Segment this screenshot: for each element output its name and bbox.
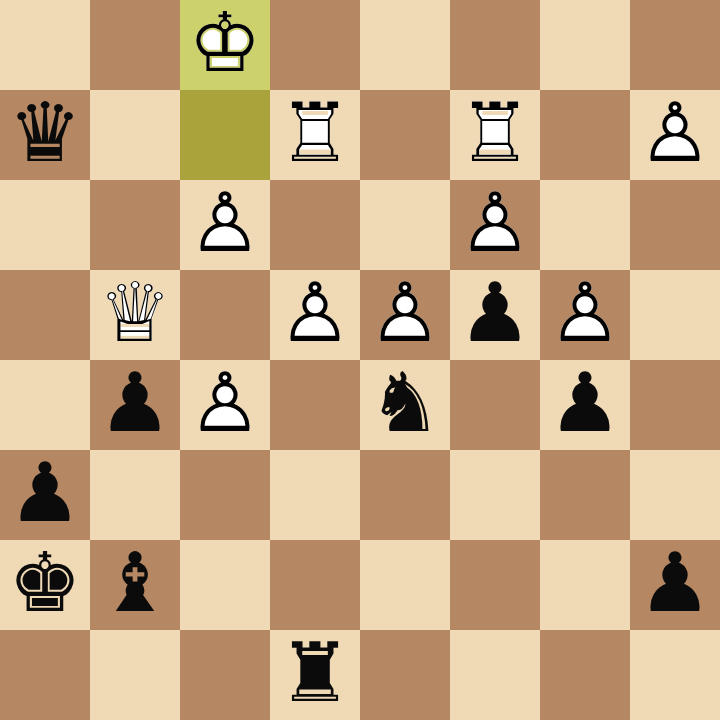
- white-pawn[interactable]: ♟♙: [630, 90, 720, 180]
- black-pawn-icon: ♟: [0, 450, 90, 540]
- square-c1[interactable]: [180, 630, 270, 720]
- white-queen-outline-icon: ♕: [90, 270, 180, 360]
- square-f2[interactable]: [450, 540, 540, 630]
- black-rook[interactable]: ♜: [270, 630, 360, 720]
- square-h6[interactable]: [630, 180, 720, 270]
- black-pawn-icon: ♟: [90, 360, 180, 450]
- square-b5[interactable]: ♛♕: [90, 270, 180, 360]
- black-bishop[interactable]: ♝: [90, 540, 180, 630]
- square-e8[interactable]: [360, 0, 450, 90]
- square-d3[interactable]: [270, 450, 360, 540]
- square-g5[interactable]: ♟♙: [540, 270, 630, 360]
- square-e5[interactable]: ♟♙: [360, 270, 450, 360]
- square-g6[interactable]: [540, 180, 630, 270]
- black-pawn[interactable]: ♟: [90, 360, 180, 450]
- square-f1[interactable]: [450, 630, 540, 720]
- square-f8[interactable]: [450, 0, 540, 90]
- black-pawn-icon: ♟: [450, 270, 540, 360]
- white-queen[interactable]: ♛♕: [90, 270, 180, 360]
- square-e1[interactable]: [360, 630, 450, 720]
- black-knight[interactable]: ♞: [360, 360, 450, 450]
- square-g8[interactable]: [540, 0, 630, 90]
- black-queen-icon: ♛: [0, 90, 90, 180]
- square-a8[interactable]: [0, 0, 90, 90]
- square-b2[interactable]: ♝: [90, 540, 180, 630]
- square-d5[interactable]: ♟♙: [270, 270, 360, 360]
- white-pawn[interactable]: ♟♙: [180, 180, 270, 270]
- white-pawn-outline-icon: ♙: [180, 180, 270, 270]
- white-pawn-outline-icon: ♙: [630, 90, 720, 180]
- black-pawn[interactable]: ♟: [630, 540, 720, 630]
- white-rook-outline-icon: ♖: [270, 90, 360, 180]
- square-d6[interactable]: [270, 180, 360, 270]
- white-pawn[interactable]: ♟♙: [270, 270, 360, 360]
- black-bishop-icon: ♝: [90, 540, 180, 630]
- square-e2[interactable]: [360, 540, 450, 630]
- square-f6[interactable]: ♟♙: [450, 180, 540, 270]
- white-rook[interactable]: ♜♖: [270, 90, 360, 180]
- square-f3[interactable]: [450, 450, 540, 540]
- chess-board: ♚♔♛♜♖♜♖♟♙♟♙♟♙♛♕♟♙♟♙♟♟♙♟♟♙♞♟♟♚♝♟♜: [0, 0, 720, 720]
- square-a5[interactable]: [0, 270, 90, 360]
- white-pawn-outline-icon: ♙: [270, 270, 360, 360]
- square-e4[interactable]: ♞: [360, 360, 450, 450]
- square-g1[interactable]: [540, 630, 630, 720]
- white-pawn[interactable]: ♟♙: [360, 270, 450, 360]
- black-king[interactable]: ♚: [0, 540, 90, 630]
- black-pawn[interactable]: ♟: [0, 450, 90, 540]
- white-pawn-outline-icon: ♙: [180, 360, 270, 450]
- square-c5[interactable]: [180, 270, 270, 360]
- black-pawn-icon: ♟: [630, 540, 720, 630]
- square-d8[interactable]: [270, 0, 360, 90]
- square-b7[interactable]: [90, 90, 180, 180]
- square-b8[interactable]: [90, 0, 180, 90]
- square-c4[interactable]: ♟♙: [180, 360, 270, 450]
- square-b1[interactable]: [90, 630, 180, 720]
- square-d7[interactable]: ♜♖: [270, 90, 360, 180]
- square-b6[interactable]: [90, 180, 180, 270]
- black-pawn[interactable]: ♟: [450, 270, 540, 360]
- white-rook-outline-icon: ♖: [450, 90, 540, 180]
- square-d1[interactable]: ♜: [270, 630, 360, 720]
- square-a7[interactable]: ♛: [0, 90, 90, 180]
- square-f7[interactable]: ♜♖: [450, 90, 540, 180]
- white-king[interactable]: ♚♔: [180, 0, 270, 90]
- black-pawn-icon: ♟: [540, 360, 630, 450]
- black-pawn[interactable]: ♟: [540, 360, 630, 450]
- square-d2[interactable]: [270, 540, 360, 630]
- black-knight-icon: ♞: [360, 360, 450, 450]
- square-h3[interactable]: [630, 450, 720, 540]
- square-a6[interactable]: [0, 180, 90, 270]
- black-rook-icon: ♜: [270, 630, 360, 720]
- square-e6[interactable]: [360, 180, 450, 270]
- square-g4[interactable]: ♟: [540, 360, 630, 450]
- square-g3[interactable]: [540, 450, 630, 540]
- white-king-outline-icon: ♔: [180, 0, 270, 90]
- square-h2[interactable]: ♟: [630, 540, 720, 630]
- square-g7[interactable]: [540, 90, 630, 180]
- black-queen[interactable]: ♛: [0, 90, 90, 180]
- square-h4[interactable]: [630, 360, 720, 450]
- square-e7[interactable]: [360, 90, 450, 180]
- square-c3[interactable]: [180, 450, 270, 540]
- square-c2[interactable]: [180, 540, 270, 630]
- square-d4[interactable]: [270, 360, 360, 450]
- square-f5[interactable]: ♟: [450, 270, 540, 360]
- white-pawn[interactable]: ♟♙: [540, 270, 630, 360]
- square-h5[interactable]: [630, 270, 720, 360]
- black-king-icon: ♚: [0, 540, 90, 630]
- white-pawn[interactable]: ♟♙: [180, 360, 270, 450]
- square-h1[interactable]: [630, 630, 720, 720]
- white-rook[interactable]: ♜♖: [450, 90, 540, 180]
- square-b4[interactable]: ♟: [90, 360, 180, 450]
- white-pawn-outline-icon: ♙: [540, 270, 630, 360]
- square-b3[interactable]: [90, 450, 180, 540]
- white-pawn-outline-icon: ♙: [360, 270, 450, 360]
- square-a3[interactable]: ♟: [0, 450, 90, 540]
- square-h7[interactable]: ♟♙: [630, 90, 720, 180]
- square-h8[interactable]: [630, 0, 720, 90]
- square-a2[interactable]: ♚: [0, 540, 90, 630]
- square-a4[interactable]: [0, 360, 90, 450]
- square-e3[interactable]: [360, 450, 450, 540]
- square-f4[interactable]: [450, 360, 540, 450]
- square-c6[interactable]: ♟♙: [180, 180, 270, 270]
- white-pawn[interactable]: ♟♙: [450, 180, 540, 270]
- square-c7[interactable]: [180, 90, 270, 180]
- white-pawn-outline-icon: ♙: [450, 180, 540, 270]
- square-a1[interactable]: [0, 630, 90, 720]
- square-c8[interactable]: ♚♔: [180, 0, 270, 90]
- square-g2[interactable]: [540, 540, 630, 630]
